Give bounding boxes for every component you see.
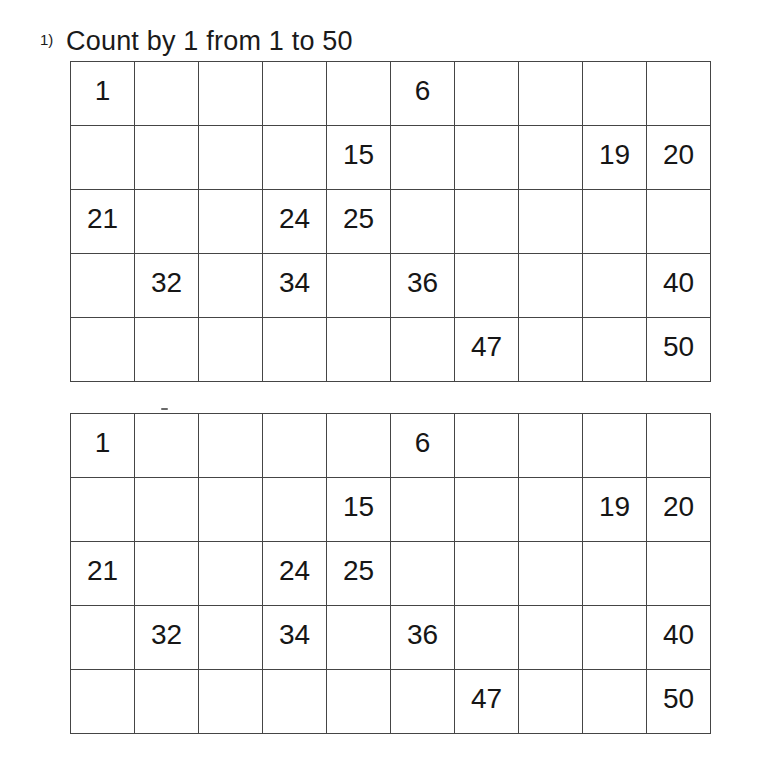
grid-cell-empty[interactable] bbox=[263, 318, 327, 382]
grid-cell-given: 19 bbox=[583, 478, 647, 542]
grid-cell-empty[interactable] bbox=[455, 414, 519, 478]
grid-cell-empty[interactable] bbox=[583, 254, 647, 318]
grid-cell-empty[interactable] bbox=[135, 670, 199, 734]
grid-cell-empty[interactable] bbox=[71, 318, 135, 382]
grid-cell-empty[interactable] bbox=[455, 606, 519, 670]
grid-cell-empty[interactable] bbox=[327, 62, 391, 126]
grid-cell-empty[interactable] bbox=[263, 414, 327, 478]
grid-cell-given: 32 bbox=[135, 254, 199, 318]
grid-cell-empty[interactable] bbox=[71, 606, 135, 670]
grid-cell-given: 19 bbox=[583, 126, 647, 190]
grid-cell-empty[interactable] bbox=[327, 318, 391, 382]
grid-cell-given: 40 bbox=[647, 254, 711, 318]
grid-cell-empty[interactable] bbox=[455, 542, 519, 606]
grid-cell-empty[interactable] bbox=[391, 478, 455, 542]
grid-cell-empty[interactable] bbox=[135, 190, 199, 254]
grid-cell-empty[interactable] bbox=[391, 190, 455, 254]
grid-cell-given: 47 bbox=[455, 318, 519, 382]
grid-cell-empty[interactable] bbox=[455, 478, 519, 542]
grid-cell-empty[interactable] bbox=[327, 414, 391, 478]
grid-cell-given: 34 bbox=[263, 606, 327, 670]
grid-cell-empty[interactable] bbox=[455, 190, 519, 254]
grid-cell-empty[interactable] bbox=[391, 126, 455, 190]
grid-cell-given: 15 bbox=[327, 478, 391, 542]
grid-cell-given: 25 bbox=[327, 542, 391, 606]
grid-cell-empty[interactable] bbox=[71, 126, 135, 190]
grid-cell-empty[interactable] bbox=[455, 254, 519, 318]
grid-cell-empty[interactable] bbox=[519, 190, 583, 254]
grid-cell-given: 40 bbox=[647, 606, 711, 670]
grid-cell-given: 36 bbox=[391, 606, 455, 670]
grid-cell-empty[interactable] bbox=[135, 126, 199, 190]
grid-cell-empty[interactable] bbox=[647, 414, 711, 478]
grid-cell-given: 6 bbox=[391, 414, 455, 478]
grid-cell-empty[interactable] bbox=[583, 670, 647, 734]
grid-cell-empty[interactable] bbox=[519, 478, 583, 542]
grid-cell-empty[interactable] bbox=[263, 126, 327, 190]
grid-cell-empty[interactable] bbox=[71, 670, 135, 734]
grid-cell-given: 36 bbox=[391, 254, 455, 318]
counting-grid-top: 16151920212425323436404750 bbox=[70, 61, 711, 382]
grid-cell-given: 34 bbox=[263, 254, 327, 318]
grid-cell-empty[interactable] bbox=[583, 542, 647, 606]
grid-cell-given: 47 bbox=[455, 670, 519, 734]
grid-cell-empty[interactable] bbox=[519, 318, 583, 382]
grid-cell-empty[interactable] bbox=[199, 542, 263, 606]
grid-cell-empty[interactable] bbox=[327, 670, 391, 734]
grid-cell-empty[interactable] bbox=[263, 62, 327, 126]
grid-cell-empty[interactable] bbox=[647, 542, 711, 606]
grid-cell-empty[interactable] bbox=[71, 254, 135, 318]
grid-cell-empty[interactable] bbox=[135, 62, 199, 126]
grid-cell-empty[interactable] bbox=[199, 62, 263, 126]
grid-cell-given: 15 bbox=[327, 126, 391, 190]
question-number: 1) bbox=[40, 31, 53, 48]
grid-cell-empty[interactable] bbox=[391, 318, 455, 382]
grid-cell-empty[interactable] bbox=[71, 478, 135, 542]
grid-cell-empty[interactable] bbox=[647, 62, 711, 126]
grid-cell-given: 21 bbox=[71, 190, 135, 254]
grid-cell-empty[interactable] bbox=[391, 670, 455, 734]
counting-grid-bottom: 16151920212425323436404750 bbox=[70, 413, 711, 734]
grid-cell-empty[interactable] bbox=[199, 606, 263, 670]
grid-cell-given: 24 bbox=[263, 190, 327, 254]
grid-cell-empty[interactable] bbox=[583, 318, 647, 382]
grid-cell-empty[interactable] bbox=[647, 190, 711, 254]
grid-cell-empty[interactable] bbox=[391, 542, 455, 606]
grid-cell-empty[interactable] bbox=[455, 126, 519, 190]
grid-cell-empty[interactable] bbox=[519, 606, 583, 670]
grid-cell-empty[interactable] bbox=[135, 478, 199, 542]
grid-cell-empty[interactable] bbox=[199, 190, 263, 254]
grid-cell-empty[interactable] bbox=[519, 670, 583, 734]
grid-cell-empty[interactable] bbox=[583, 606, 647, 670]
grid-cell-given: 6 bbox=[391, 62, 455, 126]
grid-cell-given: 50 bbox=[647, 670, 711, 734]
grid-cell-empty[interactable] bbox=[455, 62, 519, 126]
grid-cell-empty[interactable] bbox=[519, 126, 583, 190]
grid-cell-empty[interactable] bbox=[263, 670, 327, 734]
grid-cell-given: 25 bbox=[327, 190, 391, 254]
grid-cell-empty[interactable] bbox=[199, 670, 263, 734]
grid-cell-empty[interactable] bbox=[519, 414, 583, 478]
grid-cell-empty[interactable] bbox=[199, 414, 263, 478]
page-title: Count by 1 from 1 to 50 bbox=[66, 26, 353, 57]
grid-cell-empty[interactable] bbox=[327, 606, 391, 670]
grid-cell-empty[interactable] bbox=[135, 542, 199, 606]
stray-dash-mark bbox=[161, 408, 168, 410]
grid-cell-empty[interactable] bbox=[327, 254, 391, 318]
grid-cell-empty[interactable] bbox=[199, 478, 263, 542]
grid-cell-empty[interactable] bbox=[583, 190, 647, 254]
grid-cell-empty[interactable] bbox=[263, 478, 327, 542]
grid-cell-empty[interactable] bbox=[519, 254, 583, 318]
grid-cell-given: 20 bbox=[647, 126, 711, 190]
grid-cell-empty[interactable] bbox=[519, 62, 583, 126]
grid-cell-empty[interactable] bbox=[135, 318, 199, 382]
grid-cell-empty[interactable] bbox=[199, 254, 263, 318]
grid-cell-empty[interactable] bbox=[199, 318, 263, 382]
grid-cell-given: 1 bbox=[71, 414, 135, 478]
grid-cell-given: 21 bbox=[71, 542, 135, 606]
grid-cell-given: 20 bbox=[647, 478, 711, 542]
grid-cell-given: 24 bbox=[263, 542, 327, 606]
grid-cell-given: 50 bbox=[647, 318, 711, 382]
grid-cell-empty[interactable] bbox=[135, 414, 199, 478]
grid-cell-empty[interactable] bbox=[583, 414, 647, 478]
grid-cell-empty[interactable] bbox=[519, 542, 583, 606]
grid-cell-empty[interactable] bbox=[199, 126, 263, 190]
grid-cell-given: 32 bbox=[135, 606, 199, 670]
grid-cell-given: 1 bbox=[71, 62, 135, 126]
grid-cell-empty[interactable] bbox=[583, 62, 647, 126]
